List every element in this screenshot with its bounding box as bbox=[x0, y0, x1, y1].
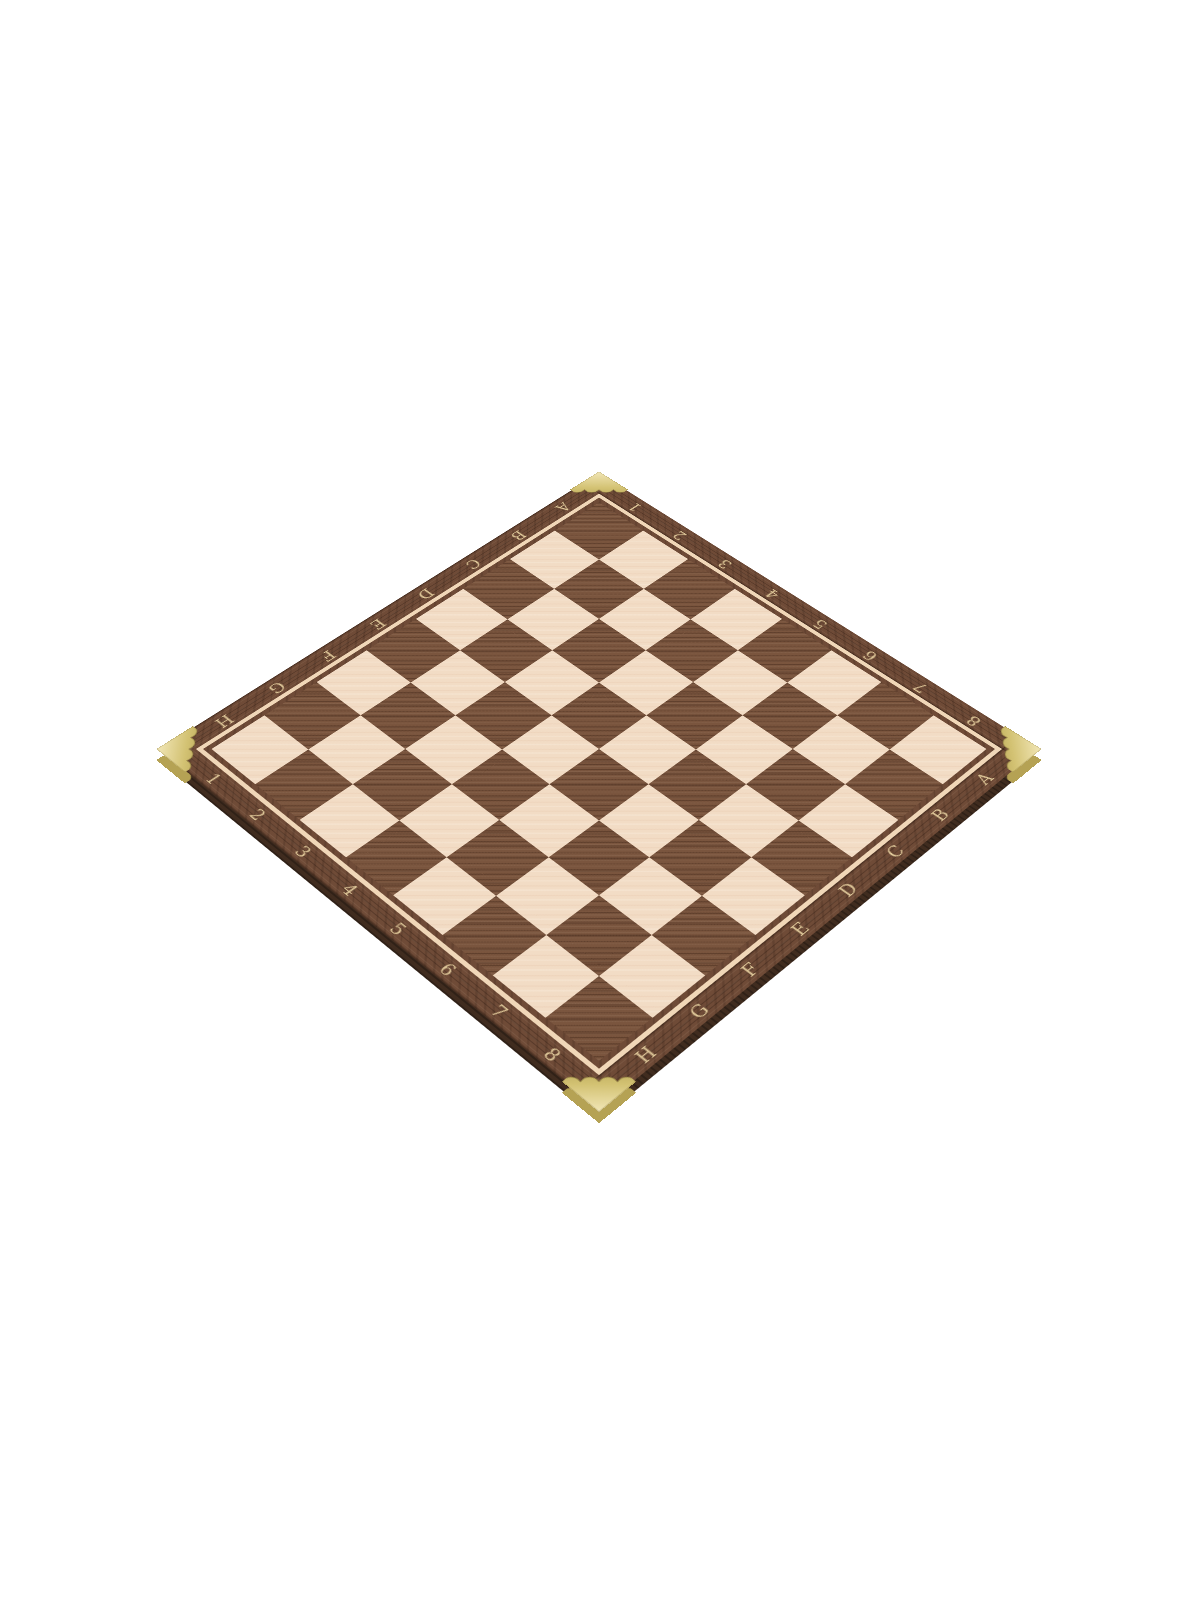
photo-background: ABCDEFGH1234567812345678ABCDEFGH bbox=[0, 0, 1200, 1600]
maple-inlay-line bbox=[196, 494, 1002, 1076]
chessboard: ABCDEFGH1234567812345678ABCDEFGH bbox=[159, 473, 1039, 1109]
